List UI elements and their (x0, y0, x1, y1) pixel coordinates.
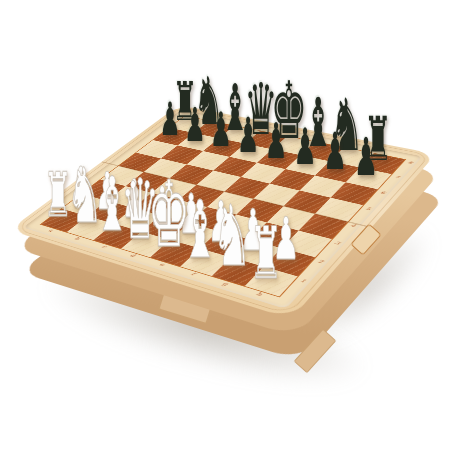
photo-stage: abcdefgh87654321 ♜♞♝♛♚♝♞♜♟♟♟♟♟♟♟♟♟♟♟♟♟♟♟… (0, 0, 450, 450)
